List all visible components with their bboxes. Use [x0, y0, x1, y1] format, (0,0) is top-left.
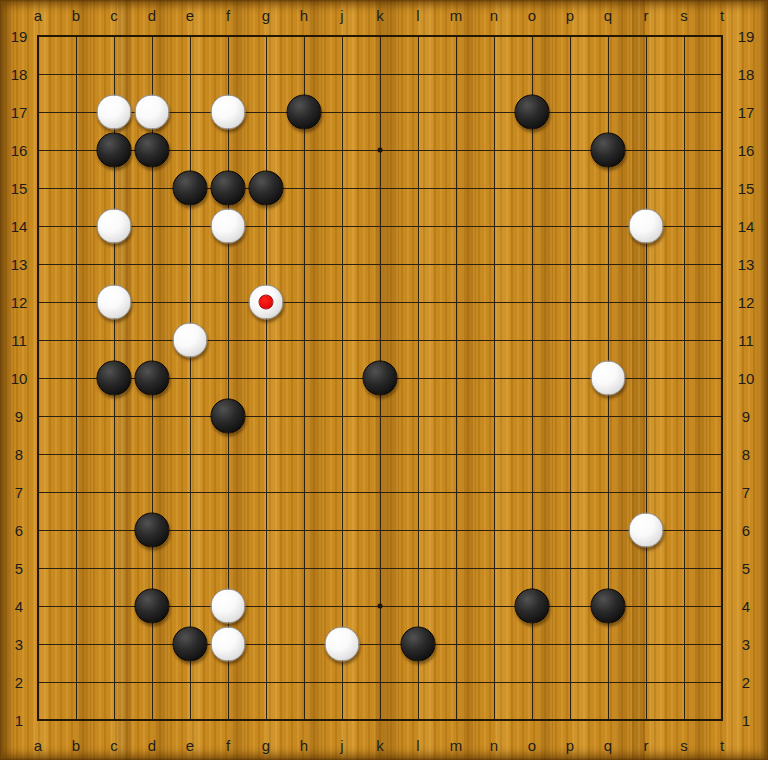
intersection-l8[interactable] [399, 435, 437, 473]
intersection-s4[interactable] [665, 587, 703, 625]
intersection-d3[interactable] [133, 625, 171, 663]
intersection-d2[interactable] [133, 663, 171, 701]
intersection-d11[interactable] [133, 321, 171, 359]
intersection-f7[interactable] [209, 473, 247, 511]
intersection-p9[interactable] [551, 397, 589, 435]
intersection-e4[interactable] [171, 587, 209, 625]
intersection-e6[interactable] [171, 511, 209, 549]
intersection-e8[interactable] [171, 435, 209, 473]
intersection-l6[interactable] [399, 511, 437, 549]
intersection-l17[interactable] [399, 93, 437, 131]
intersection-m1[interactable] [437, 701, 475, 739]
intersection-h2[interactable] [285, 663, 323, 701]
intersection-s10[interactable] [665, 359, 703, 397]
intersection-r15[interactable] [627, 169, 665, 207]
intersection-n2[interactable] [475, 663, 513, 701]
intersection-q5[interactable] [589, 549, 627, 587]
intersection-p17[interactable] [551, 93, 589, 131]
intersection-s1[interactable] [665, 701, 703, 739]
intersection-p16[interactable] [551, 131, 589, 169]
intersection-a3[interactable] [19, 625, 57, 663]
intersection-k1[interactable] [361, 701, 399, 739]
intersection-k18[interactable] [361, 55, 399, 93]
intersection-c11[interactable] [95, 321, 133, 359]
intersection-p4[interactable] [551, 587, 589, 625]
intersection-m7[interactable] [437, 473, 475, 511]
intersection-d14[interactable] [133, 207, 171, 245]
intersection-f5[interactable] [209, 549, 247, 587]
intersection-o16[interactable] [513, 131, 551, 169]
intersection-s17[interactable] [665, 93, 703, 131]
intersection-a9[interactable] [19, 397, 57, 435]
intersection-h10[interactable] [285, 359, 323, 397]
intersection-q7[interactable] [589, 473, 627, 511]
intersection-f2[interactable] [209, 663, 247, 701]
intersection-t14[interactable] [703, 207, 741, 245]
intersection-f6[interactable] [209, 511, 247, 549]
intersection-b15[interactable] [57, 169, 95, 207]
intersection-t16[interactable] [703, 131, 741, 169]
intersection-q2[interactable] [589, 663, 627, 701]
intersection-n4[interactable] [475, 587, 513, 625]
intersection-p6[interactable] [551, 511, 589, 549]
intersection-q3[interactable] [589, 625, 627, 663]
intersection-q6[interactable] [589, 511, 627, 549]
intersection-b18[interactable] [57, 55, 95, 93]
intersection-g10[interactable] [247, 359, 285, 397]
intersection-m13[interactable] [437, 245, 475, 283]
intersection-b10[interactable] [57, 359, 95, 397]
intersection-o2[interactable] [513, 663, 551, 701]
intersection-l2[interactable] [399, 663, 437, 701]
intersection-n5[interactable] [475, 549, 513, 587]
intersection-j12[interactable] [323, 283, 361, 321]
intersection-k15[interactable] [361, 169, 399, 207]
intersection-d9[interactable] [133, 397, 171, 435]
intersection-e16[interactable] [171, 131, 209, 169]
intersection-g16[interactable] [247, 131, 285, 169]
intersection-m18[interactable] [437, 55, 475, 93]
intersection-j17[interactable] [323, 93, 361, 131]
intersection-n1[interactable] [475, 701, 513, 739]
intersection-p5[interactable] [551, 549, 589, 587]
intersection-k5[interactable] [361, 549, 399, 587]
intersection-o7[interactable] [513, 473, 551, 511]
intersection-g3[interactable] [247, 625, 285, 663]
intersection-q12[interactable] [589, 283, 627, 321]
intersection-j18[interactable] [323, 55, 361, 93]
intersection-o1[interactable] [513, 701, 551, 739]
intersection-m4[interactable] [437, 587, 475, 625]
intersection-j7[interactable] [323, 473, 361, 511]
intersection-m6[interactable] [437, 511, 475, 549]
intersection-s11[interactable] [665, 321, 703, 359]
intersection-m12[interactable] [437, 283, 475, 321]
intersection-n14[interactable] [475, 207, 513, 245]
intersection-f12[interactable] [209, 283, 247, 321]
intersection-s16[interactable] [665, 131, 703, 169]
intersection-k3[interactable] [361, 625, 399, 663]
intersection-c13[interactable] [95, 245, 133, 283]
intersection-p3[interactable] [551, 625, 589, 663]
intersection-n12[interactable] [475, 283, 513, 321]
intersection-b17[interactable] [57, 93, 95, 131]
intersection-q13[interactable] [589, 245, 627, 283]
intersection-l4[interactable] [399, 587, 437, 625]
intersection-o15[interactable] [513, 169, 551, 207]
intersection-g14[interactable] [247, 207, 285, 245]
intersection-p2[interactable] [551, 663, 589, 701]
intersection-c4[interactable] [95, 587, 133, 625]
intersection-r12[interactable] [627, 283, 665, 321]
intersection-l12[interactable] [399, 283, 437, 321]
intersection-m16[interactable] [437, 131, 475, 169]
intersection-m17[interactable] [437, 93, 475, 131]
intersection-b2[interactable] [57, 663, 95, 701]
intersection-b16[interactable] [57, 131, 95, 169]
intersection-n11[interactable] [475, 321, 513, 359]
intersection-t10[interactable] [703, 359, 741, 397]
intersection-t1[interactable] [703, 701, 741, 739]
intersection-g13[interactable] [247, 245, 285, 283]
intersection-h3[interactable] [285, 625, 323, 663]
intersection-p18[interactable] [551, 55, 589, 93]
intersection-b14[interactable] [57, 207, 95, 245]
intersection-g5[interactable] [247, 549, 285, 587]
intersection-l14[interactable] [399, 207, 437, 245]
intersection-p7[interactable] [551, 473, 589, 511]
intersection-o13[interactable] [513, 245, 551, 283]
intersection-j14[interactable] [323, 207, 361, 245]
intersection-l9[interactable] [399, 397, 437, 435]
intersection-t8[interactable] [703, 435, 741, 473]
intersection-p11[interactable] [551, 321, 589, 359]
intersection-j11[interactable] [323, 321, 361, 359]
intersection-c8[interactable] [95, 435, 133, 473]
intersection-c18[interactable] [95, 55, 133, 93]
intersection-r10[interactable] [627, 359, 665, 397]
intersection-b4[interactable] [57, 587, 95, 625]
intersection-n10[interactable] [475, 359, 513, 397]
intersection-s13[interactable] [665, 245, 703, 283]
intersection-l16[interactable] [399, 131, 437, 169]
intersection-a4[interactable] [19, 587, 57, 625]
intersection-b1[interactable] [57, 701, 95, 739]
intersection-n18[interactable] [475, 55, 513, 93]
intersection-l13[interactable] [399, 245, 437, 283]
intersection-k7[interactable] [361, 473, 399, 511]
intersection-r5[interactable] [627, 549, 665, 587]
intersection-l18[interactable] [399, 55, 437, 93]
intersection-r7[interactable] [627, 473, 665, 511]
intersection-p14[interactable] [551, 207, 589, 245]
intersection-m14[interactable] [437, 207, 475, 245]
intersection-d8[interactable] [133, 435, 171, 473]
intersection-c9[interactable] [95, 397, 133, 435]
intersection-e17[interactable] [171, 93, 209, 131]
intersection-l11[interactable] [399, 321, 437, 359]
intersection-m15[interactable] [437, 169, 475, 207]
intersection-b6[interactable] [57, 511, 95, 549]
intersection-t17[interactable] [703, 93, 741, 131]
intersection-e18[interactable] [171, 55, 209, 93]
intersection-n3[interactable] [475, 625, 513, 663]
intersection-b5[interactable] [57, 549, 95, 587]
intersection-h1[interactable] [285, 701, 323, 739]
intersection-j13[interactable] [323, 245, 361, 283]
intersection-q8[interactable] [589, 435, 627, 473]
intersection-k8[interactable] [361, 435, 399, 473]
intersection-s8[interactable] [665, 435, 703, 473]
intersection-k14[interactable] [361, 207, 399, 245]
intersection-p12[interactable] [551, 283, 589, 321]
intersection-h14[interactable] [285, 207, 323, 245]
intersection-e7[interactable] [171, 473, 209, 511]
intersection-o12[interactable] [513, 283, 551, 321]
intersection-g17[interactable] [247, 93, 285, 131]
intersection-t9[interactable] [703, 397, 741, 435]
intersection-g1[interactable] [247, 701, 285, 739]
intersection-q18[interactable] [589, 55, 627, 93]
intersection-o9[interactable] [513, 397, 551, 435]
intersection-n16[interactable] [475, 131, 513, 169]
intersection-j16[interactable] [323, 131, 361, 169]
intersection-q17[interactable] [589, 93, 627, 131]
intersection-o5[interactable] [513, 549, 551, 587]
intersection-a7[interactable] [19, 473, 57, 511]
intersection-d1[interactable] [133, 701, 171, 739]
intersection-a1[interactable] [19, 701, 57, 739]
intersection-l5[interactable] [399, 549, 437, 587]
intersection-h11[interactable] [285, 321, 323, 359]
intersection-r11[interactable] [627, 321, 665, 359]
intersection-e12[interactable] [171, 283, 209, 321]
intersection-h9[interactable] [285, 397, 323, 435]
intersection-s18[interactable] [665, 55, 703, 93]
intersection-s3[interactable] [665, 625, 703, 663]
intersection-g6[interactable] [247, 511, 285, 549]
intersection-s6[interactable] [665, 511, 703, 549]
intersection-q15[interactable] [589, 169, 627, 207]
intersection-g7[interactable] [247, 473, 285, 511]
intersection-c15[interactable] [95, 169, 133, 207]
intersection-h18[interactable] [285, 55, 323, 93]
intersection-g18[interactable] [247, 55, 285, 93]
intersection-t15[interactable] [703, 169, 741, 207]
intersection-d18[interactable] [133, 55, 171, 93]
intersection-r13[interactable] [627, 245, 665, 283]
intersection-a6[interactable] [19, 511, 57, 549]
intersection-f18[interactable] [209, 55, 247, 93]
intersection-e9[interactable] [171, 397, 209, 435]
intersection-j6[interactable] [323, 511, 361, 549]
intersection-f11[interactable] [209, 321, 247, 359]
intersection-b8[interactable] [57, 435, 95, 473]
intersection-m9[interactable] [437, 397, 475, 435]
intersection-g8[interactable] [247, 435, 285, 473]
intersection-t2[interactable] [703, 663, 741, 701]
intersection-j1[interactable] [323, 701, 361, 739]
intersection-t11[interactable] [703, 321, 741, 359]
intersection-h6[interactable] [285, 511, 323, 549]
intersection-j9[interactable] [323, 397, 361, 435]
intersection-s12[interactable] [665, 283, 703, 321]
intersection-r4[interactable] [627, 587, 665, 625]
intersection-l7[interactable] [399, 473, 437, 511]
intersection-p10[interactable] [551, 359, 589, 397]
intersection-j8[interactable] [323, 435, 361, 473]
intersection-d7[interactable] [133, 473, 171, 511]
intersection-m2[interactable] [437, 663, 475, 701]
intersection-k12[interactable] [361, 283, 399, 321]
intersection-h4[interactable] [285, 587, 323, 625]
intersection-j15[interactable] [323, 169, 361, 207]
intersection-g9[interactable] [247, 397, 285, 435]
intersection-t7[interactable] [703, 473, 741, 511]
intersection-c7[interactable] [95, 473, 133, 511]
col-label-top-o: o [528, 8, 536, 23]
intersection-b12[interactable] [57, 283, 95, 321]
intersection-d12[interactable] [133, 283, 171, 321]
intersection-p15[interactable] [551, 169, 589, 207]
intersection-t5[interactable] [703, 549, 741, 587]
intersection-r18[interactable] [627, 55, 665, 93]
intersection-m10[interactable] [437, 359, 475, 397]
intersection-b9[interactable] [57, 397, 95, 435]
intersection-s9[interactable] [665, 397, 703, 435]
intersection-o3[interactable] [513, 625, 551, 663]
intersection-r1[interactable] [627, 701, 665, 739]
intersection-e13[interactable] [171, 245, 209, 283]
intersection-r3[interactable] [627, 625, 665, 663]
intersection-l15[interactable] [399, 169, 437, 207]
intersection-p8[interactable] [551, 435, 589, 473]
intersection-o10[interactable] [513, 359, 551, 397]
intersection-d15[interactable] [133, 169, 171, 207]
intersection-b3[interactable] [57, 625, 95, 663]
intersection-k9[interactable] [361, 397, 399, 435]
intersection-n9[interactable] [475, 397, 513, 435]
intersection-h12[interactable] [285, 283, 323, 321]
intersection-a5[interactable] [19, 549, 57, 587]
intersection-e2[interactable] [171, 663, 209, 701]
intersection-m11[interactable] [437, 321, 475, 359]
intersection-k17[interactable] [361, 93, 399, 131]
intersection-h8[interactable] [285, 435, 323, 473]
intersection-d13[interactable] [133, 245, 171, 283]
intersection-k13[interactable] [361, 245, 399, 283]
intersection-n8[interactable] [475, 435, 513, 473]
intersection-r2[interactable] [627, 663, 665, 701]
intersection-f10[interactable] [209, 359, 247, 397]
intersection-e1[interactable] [171, 701, 209, 739]
intersection-h5[interactable] [285, 549, 323, 587]
intersection-r17[interactable] [627, 93, 665, 131]
intersection-b13[interactable] [57, 245, 95, 283]
intersection-b11[interactable] [57, 321, 95, 359]
intersection-n13[interactable] [475, 245, 513, 283]
intersection-f13[interactable] [209, 245, 247, 283]
intersection-j4[interactable] [323, 587, 361, 625]
intersection-p13[interactable] [551, 245, 589, 283]
intersection-j10[interactable] [323, 359, 361, 397]
intersection-s2[interactable] [665, 663, 703, 701]
intersection-o6[interactable] [513, 511, 551, 549]
intersection-m8[interactable] [437, 435, 475, 473]
intersection-k6[interactable] [361, 511, 399, 549]
intersection-m3[interactable] [437, 625, 475, 663]
intersection-f8[interactable] [209, 435, 247, 473]
intersection-e10[interactable] [171, 359, 209, 397]
intersection-q14[interactable] [589, 207, 627, 245]
intersection-r8[interactable] [627, 435, 665, 473]
intersection-t13[interactable] [703, 245, 741, 283]
intersection-o8[interactable] [513, 435, 551, 473]
intersection-r16[interactable] [627, 131, 665, 169]
intersection-s14[interactable] [665, 207, 703, 245]
intersection-g11[interactable] [247, 321, 285, 359]
intersection-h15[interactable] [285, 169, 323, 207]
intersection-k2[interactable] [361, 663, 399, 701]
intersection-c3[interactable] [95, 625, 133, 663]
intersection-c6[interactable] [95, 511, 133, 549]
intersection-n15[interactable] [475, 169, 513, 207]
intersection-j2[interactable] [323, 663, 361, 701]
intersection-f16[interactable] [209, 131, 247, 169]
intersection-o11[interactable] [513, 321, 551, 359]
intersection-e5[interactable] [171, 549, 209, 587]
intersection-h16[interactable] [285, 131, 323, 169]
intersection-j5[interactable] [323, 549, 361, 587]
intersection-q9[interactable] [589, 397, 627, 435]
intersection-n6[interactable] [475, 511, 513, 549]
intersection-a8[interactable] [19, 435, 57, 473]
intersection-t3[interactable] [703, 625, 741, 663]
intersection-q11[interactable] [589, 321, 627, 359]
intersection-p1[interactable] [551, 701, 589, 739]
intersection-g2[interactable] [247, 663, 285, 701]
intersection-t4[interactable] [703, 587, 741, 625]
intersection-b7[interactable] [57, 473, 95, 511]
intersection-t18[interactable] [703, 55, 741, 93]
intersection-m5[interactable] [437, 549, 475, 587]
intersection-l10[interactable] [399, 359, 437, 397]
intersection-o18[interactable] [513, 55, 551, 93]
intersection-h13[interactable] [285, 245, 323, 283]
intersection-g4[interactable] [247, 587, 285, 625]
intersection-n17[interactable] [475, 93, 513, 131]
intersection-s15[interactable] [665, 169, 703, 207]
intersection-r9[interactable] [627, 397, 665, 435]
intersection-q1[interactable] [589, 701, 627, 739]
intersection-f1[interactable] [209, 701, 247, 739]
intersection-t6[interactable] [703, 511, 741, 549]
intersection-c2[interactable] [95, 663, 133, 701]
intersection-d5[interactable] [133, 549, 171, 587]
intersection-c5[interactable] [95, 549, 133, 587]
intersection-c1[interactable] [95, 701, 133, 739]
intersection-a2[interactable] [19, 663, 57, 701]
intersection-n7[interactable] [475, 473, 513, 511]
intersection-o14[interactable] [513, 207, 551, 245]
intersection-t12[interactable] [703, 283, 741, 321]
intersection-s5[interactable] [665, 549, 703, 587]
intersection-l1[interactable] [399, 701, 437, 739]
intersection-s7[interactable] [665, 473, 703, 511]
intersection-k11[interactable] [361, 321, 399, 359]
intersection-h7[interactable] [285, 473, 323, 511]
intersection-e14[interactable] [171, 207, 209, 245]
